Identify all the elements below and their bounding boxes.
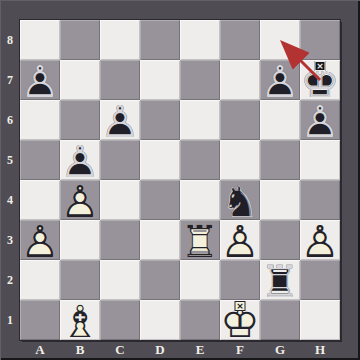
black-king[interactable]: ♚♔× [300, 60, 340, 100]
black-pawn-glyph: ♟ [60, 140, 99, 184]
square-a7[interactable]: ♟♙ [20, 60, 60, 100]
square-d7[interactable] [140, 60, 180, 100]
square-a3[interactable]: ♟♙ [20, 220, 60, 260]
square-b6[interactable] [60, 100, 100, 140]
rank-label-5: 5 [0, 140, 20, 180]
square-f4[interactable]: ♞♘ [220, 180, 260, 220]
file-label-A: A [20, 340, 60, 360]
square-f6[interactable] [220, 100, 260, 140]
square-c4[interactable] [100, 180, 140, 220]
white-bishop[interactable]: ♝♗ [60, 300, 100, 340]
white-pawn-outline: ♙ [60, 180, 99, 224]
square-d1[interactable] [140, 300, 180, 340]
black-pawn-glyph: ♟ [300, 100, 339, 144]
black-pawn[interactable]: ♟♙ [20, 60, 60, 100]
square-f5[interactable] [220, 140, 260, 180]
square-b3[interactable] [60, 220, 100, 260]
square-g5[interactable] [260, 140, 300, 180]
rank-label-6: 6 [0, 100, 20, 140]
file-label-C: C [100, 340, 140, 360]
square-c7[interactable] [100, 60, 140, 100]
white-pawn-glyph: ♟ [220, 220, 259, 264]
square-c8[interactable] [100, 20, 140, 60]
black-knight-glyph: ♞ [220, 180, 259, 224]
white-pawn-glyph: ♟ [20, 220, 59, 264]
file-label-E: E [180, 340, 220, 360]
square-d5[interactable] [140, 140, 180, 180]
file-label-F: F [220, 340, 260, 360]
square-h4[interactable] [300, 180, 340, 220]
square-h2[interactable] [300, 260, 340, 300]
rank-label-7: 7 [0, 60, 20, 100]
white-pawn-outline: ♙ [20, 220, 59, 264]
square-a1[interactable] [20, 300, 60, 340]
square-g7[interactable]: ♟♙ [260, 60, 300, 100]
square-h5[interactable] [300, 140, 340, 180]
square-h8[interactable] [300, 20, 340, 60]
square-f2[interactable] [220, 260, 260, 300]
square-b4[interactable]: ♟♙ [60, 180, 100, 220]
rank-label-2: 2 [0, 260, 20, 300]
white-rook-glyph: ♜ [180, 220, 219, 264]
square-f1[interactable]: ♚♔× [220, 300, 260, 340]
white-bishop-outline: ♗ [60, 300, 99, 344]
white-king-outline: ♔ [220, 300, 259, 344]
square-g8[interactable] [260, 20, 300, 60]
black-pawn-glyph: ♟ [20, 60, 59, 104]
rank-label-4: 4 [0, 180, 20, 220]
king-x-marker: × [235, 301, 246, 311]
white-rook-outline: ♖ [180, 220, 219, 264]
board-squares: ♟♙♟♙♚♔×♟♙♟♙♟♙♟♙♞♘♟♙♜♖♟♙♟♙♜♖♝♗♚♔× [20, 20, 340, 340]
square-c1[interactable] [100, 300, 140, 340]
square-a5[interactable] [20, 140, 60, 180]
square-h6[interactable]: ♟♙ [300, 100, 340, 140]
black-pawn[interactable]: ♟♙ [260, 60, 300, 100]
white-pawn-glyph: ♟ [60, 180, 99, 224]
square-c6[interactable]: ♟♙ [100, 100, 140, 140]
white-king[interactable]: ♚♔× [220, 300, 260, 340]
square-g4[interactable] [260, 180, 300, 220]
square-g6[interactable] [260, 100, 300, 140]
square-e3[interactable]: ♜♖ [180, 220, 220, 260]
square-b8[interactable] [60, 20, 100, 60]
square-g1[interactable] [260, 300, 300, 340]
square-d6[interactable] [140, 100, 180, 140]
square-a8[interactable] [20, 20, 60, 60]
black-pawn-outline: ♙ [20, 60, 59, 104]
rank-label-3: 3 [0, 220, 20, 260]
rank-label-8: 8 [0, 20, 20, 60]
file-label-D: D [140, 340, 180, 360]
black-pawn-glyph: ♟ [260, 60, 299, 104]
white-bishop-glyph: ♝ [60, 300, 99, 344]
black-king-glyph: ♚ [300, 60, 339, 104]
black-pawn-glyph: ♟ [100, 100, 139, 144]
file-label-B: B [60, 340, 100, 360]
square-h7[interactable]: ♚♔× [300, 60, 340, 100]
square-g2[interactable]: ♜♖ [260, 260, 300, 300]
white-rook[interactable]: ♜♖ [180, 220, 220, 260]
white-pawn-outline: ♙ [300, 220, 339, 264]
square-c2[interactable] [100, 260, 140, 300]
file-labels: ABCDEFGH [20, 340, 340, 360]
black-knight[interactable]: ♞♘ [220, 180, 260, 220]
white-pawn[interactable]: ♟♙ [20, 220, 60, 260]
black-pawn-outline: ♙ [260, 60, 299, 104]
black-pawn[interactable]: ♟♙ [100, 100, 140, 140]
white-king-glyph: ♚ [220, 300, 259, 344]
square-e1[interactable] [180, 300, 220, 340]
square-a2[interactable] [20, 260, 60, 300]
square-c3[interactable] [100, 220, 140, 260]
square-b5[interactable]: ♟♙ [60, 140, 100, 180]
black-pawn-outline: ♙ [300, 100, 339, 144]
square-e7[interactable] [180, 60, 220, 100]
square-c5[interactable] [100, 140, 140, 180]
square-d8[interactable] [140, 20, 180, 60]
white-pawn-outline: ♙ [220, 220, 259, 264]
square-f3[interactable]: ♟♙ [220, 220, 260, 260]
square-d4[interactable] [140, 180, 180, 220]
square-h3[interactable]: ♟♙ [300, 220, 340, 260]
square-f7[interactable] [220, 60, 260, 100]
square-f8[interactable] [220, 20, 260, 60]
square-b7[interactable] [60, 60, 100, 100]
square-d3[interactable] [140, 220, 180, 260]
black-pawn-outline: ♙ [100, 100, 139, 144]
square-e8[interactable] [180, 20, 220, 60]
square-e4[interactable] [180, 180, 220, 220]
king-x-marker: × [315, 61, 326, 71]
square-h1[interactable] [300, 300, 340, 340]
black-rook-glyph: ♜ [260, 260, 299, 304]
square-a6[interactable] [20, 100, 60, 140]
square-d2[interactable] [140, 260, 180, 300]
black-pawn[interactable]: ♟♙ [300, 100, 340, 140]
file-label-H: H [300, 340, 340, 360]
black-rook[interactable]: ♜♖ [260, 260, 300, 300]
chess-board: 87654321 ABCDEFGH ♟♙♟♙♚♔×♟♙♟♙♟♙♟♙♞♘♟♙♜♖♟… [0, 0, 360, 360]
square-b1[interactable]: ♝♗ [60, 300, 100, 340]
black-rook-outline: ♖ [260, 260, 299, 304]
square-e6[interactable] [180, 100, 220, 140]
file-label-G: G [260, 340, 300, 360]
black-pawn[interactable]: ♟♙ [60, 140, 100, 180]
square-b2[interactable] [60, 260, 100, 300]
black-king-outline: ♔ [300, 60, 339, 104]
square-e5[interactable] [180, 140, 220, 180]
black-knight-outline: ♘ [220, 180, 259, 224]
rank-labels: 87654321 [0, 20, 20, 340]
square-g3[interactable] [260, 220, 300, 260]
white-pawn[interactable]: ♟♙ [60, 180, 100, 220]
white-pawn[interactable]: ♟♙ [220, 220, 260, 260]
white-pawn-glyph: ♟ [300, 220, 339, 264]
black-pawn-outline: ♙ [60, 140, 99, 184]
square-e2[interactable] [180, 260, 220, 300]
white-pawn[interactable]: ♟♙ [300, 220, 340, 260]
square-a4[interactable] [20, 180, 60, 220]
rank-label-1: 1 [0, 300, 20, 340]
